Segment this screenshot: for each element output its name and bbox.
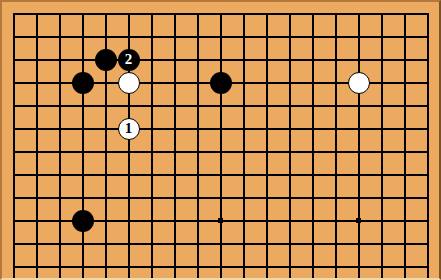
intersection xyxy=(416,140,439,163)
intersection xyxy=(347,140,370,163)
intersection xyxy=(255,255,278,278)
intersection xyxy=(186,117,209,140)
intersection xyxy=(71,25,94,48)
intersection xyxy=(140,25,163,48)
intersection xyxy=(163,48,186,71)
intersection xyxy=(117,25,140,48)
intersection xyxy=(2,232,25,255)
intersection xyxy=(370,255,393,278)
intersection xyxy=(255,94,278,117)
intersection xyxy=(278,2,301,25)
intersection xyxy=(255,117,278,140)
intersection xyxy=(370,186,393,209)
intersection xyxy=(393,2,416,25)
intersection xyxy=(140,255,163,278)
intersection xyxy=(232,186,255,209)
intersection xyxy=(140,2,163,25)
intersection xyxy=(163,232,186,255)
intersection xyxy=(186,71,209,94)
intersection xyxy=(71,255,94,278)
intersection xyxy=(209,48,232,71)
intersection xyxy=(94,48,117,71)
intersection xyxy=(117,209,140,232)
intersection xyxy=(324,48,347,71)
intersection xyxy=(209,255,232,278)
intersection xyxy=(209,117,232,140)
intersection xyxy=(2,94,25,117)
intersection xyxy=(71,140,94,163)
intersection xyxy=(2,255,25,278)
intersection xyxy=(71,117,94,140)
intersection xyxy=(278,117,301,140)
intersection xyxy=(186,48,209,71)
intersection xyxy=(48,232,71,255)
intersection xyxy=(2,117,25,140)
intersection xyxy=(186,25,209,48)
intersection xyxy=(278,25,301,48)
intersection xyxy=(301,2,324,25)
intersection xyxy=(2,209,25,232)
black-stone xyxy=(72,72,94,94)
intersection xyxy=(71,163,94,186)
intersection xyxy=(301,48,324,71)
white-stone xyxy=(348,72,370,94)
intersection xyxy=(163,117,186,140)
intersection xyxy=(117,163,140,186)
intersection xyxy=(117,94,140,117)
intersection xyxy=(2,186,25,209)
intersection xyxy=(324,186,347,209)
intersection xyxy=(25,2,48,25)
intersection xyxy=(301,140,324,163)
intersection xyxy=(324,209,347,232)
intersection xyxy=(278,140,301,163)
intersection xyxy=(255,2,278,25)
intersection xyxy=(255,71,278,94)
intersection xyxy=(393,71,416,94)
intersection xyxy=(25,94,48,117)
intersection xyxy=(140,163,163,186)
intersection xyxy=(163,186,186,209)
intersection xyxy=(94,140,117,163)
intersection xyxy=(25,255,48,278)
intersection xyxy=(25,186,48,209)
intersection xyxy=(186,255,209,278)
intersection xyxy=(232,163,255,186)
intersection xyxy=(140,140,163,163)
intersection xyxy=(324,71,347,94)
black-stone xyxy=(72,210,94,232)
intersection xyxy=(301,71,324,94)
intersection xyxy=(370,71,393,94)
star-point-intersection xyxy=(71,209,94,232)
intersection xyxy=(25,140,48,163)
intersection xyxy=(140,186,163,209)
intersection xyxy=(71,48,94,71)
intersection xyxy=(94,209,117,232)
move-number-label: 1 xyxy=(125,121,133,136)
star-point-intersection xyxy=(209,209,232,232)
intersection xyxy=(48,2,71,25)
intersection xyxy=(71,94,94,117)
intersection xyxy=(278,209,301,232)
star-point-intersection xyxy=(71,71,94,94)
intersection xyxy=(209,25,232,48)
intersection xyxy=(255,25,278,48)
intersection xyxy=(117,232,140,255)
intersection xyxy=(48,117,71,140)
intersection xyxy=(48,94,71,117)
intersection xyxy=(186,186,209,209)
intersection xyxy=(163,94,186,117)
intersection xyxy=(163,140,186,163)
black-stone: 2 xyxy=(118,49,140,71)
intersection xyxy=(186,232,209,255)
intersection xyxy=(393,232,416,255)
intersection xyxy=(25,209,48,232)
intersection xyxy=(301,163,324,186)
star-point-intersection xyxy=(347,71,370,94)
intersection xyxy=(393,255,416,278)
intersection xyxy=(347,186,370,209)
intersection xyxy=(94,186,117,209)
intersection xyxy=(140,117,163,140)
intersection xyxy=(416,163,439,186)
intersection xyxy=(186,163,209,186)
intersection: 2 xyxy=(117,48,140,71)
intersection xyxy=(324,94,347,117)
intersection xyxy=(163,255,186,278)
goban-frame: 21 xyxy=(0,0,441,280)
intersection xyxy=(255,186,278,209)
intersection xyxy=(370,209,393,232)
intersection xyxy=(94,163,117,186)
intersection xyxy=(301,232,324,255)
intersection xyxy=(2,2,25,25)
intersection xyxy=(370,232,393,255)
intersection xyxy=(393,94,416,117)
intersection xyxy=(117,2,140,25)
intersection xyxy=(278,94,301,117)
intersection xyxy=(324,163,347,186)
intersection xyxy=(393,25,416,48)
intersection xyxy=(25,117,48,140)
intersection xyxy=(232,209,255,232)
intersection xyxy=(347,25,370,48)
intersection xyxy=(370,117,393,140)
black-stone xyxy=(210,72,232,94)
intersection xyxy=(140,71,163,94)
intersection xyxy=(186,94,209,117)
intersection xyxy=(416,232,439,255)
intersection xyxy=(393,140,416,163)
intersection xyxy=(324,117,347,140)
intersection xyxy=(301,209,324,232)
intersection xyxy=(324,25,347,48)
intersection xyxy=(117,186,140,209)
intersection xyxy=(278,255,301,278)
intersection xyxy=(25,48,48,71)
intersection xyxy=(416,255,439,278)
intersection xyxy=(232,140,255,163)
intersection xyxy=(94,71,117,94)
intersection xyxy=(117,255,140,278)
intersection xyxy=(324,232,347,255)
intersection xyxy=(370,25,393,48)
intersection xyxy=(48,186,71,209)
intersection xyxy=(48,71,71,94)
intersection xyxy=(416,186,439,209)
intersection xyxy=(48,25,71,48)
intersection xyxy=(25,163,48,186)
intersection xyxy=(48,163,71,186)
intersection xyxy=(416,25,439,48)
intersection xyxy=(2,25,25,48)
intersection xyxy=(255,163,278,186)
intersection xyxy=(140,209,163,232)
intersection xyxy=(255,232,278,255)
intersection xyxy=(255,48,278,71)
intersection xyxy=(140,48,163,71)
intersection xyxy=(186,140,209,163)
intersection xyxy=(278,71,301,94)
intersection xyxy=(278,186,301,209)
intersection xyxy=(48,48,71,71)
intersection xyxy=(370,140,393,163)
intersection: 1 xyxy=(117,117,140,140)
intersection xyxy=(301,255,324,278)
intersection xyxy=(71,232,94,255)
intersection xyxy=(25,232,48,255)
intersection xyxy=(370,2,393,25)
intersection xyxy=(301,94,324,117)
intersection xyxy=(347,48,370,71)
black-stone xyxy=(95,49,117,71)
intersection xyxy=(209,186,232,209)
star-point-intersection xyxy=(347,209,370,232)
intersection xyxy=(163,2,186,25)
intersection xyxy=(370,163,393,186)
intersection xyxy=(347,255,370,278)
intersection xyxy=(278,48,301,71)
intersection xyxy=(2,71,25,94)
intersection xyxy=(393,163,416,186)
intersection xyxy=(163,163,186,186)
intersection xyxy=(255,140,278,163)
intersection xyxy=(232,2,255,25)
intersection xyxy=(278,163,301,186)
intersection xyxy=(324,255,347,278)
intersection xyxy=(347,117,370,140)
intersection xyxy=(347,94,370,117)
intersection xyxy=(94,25,117,48)
intersection xyxy=(301,25,324,48)
white-stone: 1 xyxy=(118,118,140,140)
intersection xyxy=(393,209,416,232)
intersection xyxy=(48,140,71,163)
intersection xyxy=(186,209,209,232)
intersection xyxy=(232,25,255,48)
intersection xyxy=(2,163,25,186)
intersection xyxy=(163,25,186,48)
intersection xyxy=(2,48,25,71)
star-point-intersection xyxy=(209,71,232,94)
intersection xyxy=(232,71,255,94)
intersection xyxy=(48,255,71,278)
intersection xyxy=(186,2,209,25)
intersection xyxy=(232,232,255,255)
intersection xyxy=(209,163,232,186)
intersection xyxy=(25,25,48,48)
intersection xyxy=(2,140,25,163)
goban-grid: 21 xyxy=(2,2,439,278)
intersection xyxy=(324,2,347,25)
intersection xyxy=(232,255,255,278)
intersection xyxy=(416,48,439,71)
intersection xyxy=(370,94,393,117)
intersection xyxy=(416,209,439,232)
intersection xyxy=(94,2,117,25)
intersection xyxy=(416,94,439,117)
intersection xyxy=(301,186,324,209)
intersection xyxy=(232,117,255,140)
intersection xyxy=(163,209,186,232)
intersection xyxy=(232,94,255,117)
intersection xyxy=(393,117,416,140)
intersection xyxy=(94,232,117,255)
intersection xyxy=(393,48,416,71)
move-number-label: 2 xyxy=(125,52,133,67)
intersection xyxy=(140,94,163,117)
intersection xyxy=(117,140,140,163)
intersection xyxy=(347,232,370,255)
intersection xyxy=(209,2,232,25)
intersection xyxy=(94,117,117,140)
intersection xyxy=(209,94,232,117)
intersection xyxy=(209,140,232,163)
intersection xyxy=(416,71,439,94)
intersection xyxy=(416,117,439,140)
intersection xyxy=(71,186,94,209)
intersection xyxy=(347,163,370,186)
intersection xyxy=(94,255,117,278)
intersection xyxy=(71,2,94,25)
intersection xyxy=(393,186,416,209)
intersection xyxy=(25,71,48,94)
intersection xyxy=(416,2,439,25)
intersection xyxy=(163,71,186,94)
intersection xyxy=(209,232,232,255)
intersection xyxy=(324,140,347,163)
intersection xyxy=(117,71,140,94)
intersection xyxy=(347,2,370,25)
intersection xyxy=(255,209,278,232)
intersection xyxy=(94,94,117,117)
white-stone xyxy=(118,72,140,94)
intersection xyxy=(278,232,301,255)
intersection xyxy=(140,232,163,255)
intersection xyxy=(232,48,255,71)
intersection xyxy=(370,48,393,71)
intersection xyxy=(301,117,324,140)
intersection xyxy=(48,209,71,232)
